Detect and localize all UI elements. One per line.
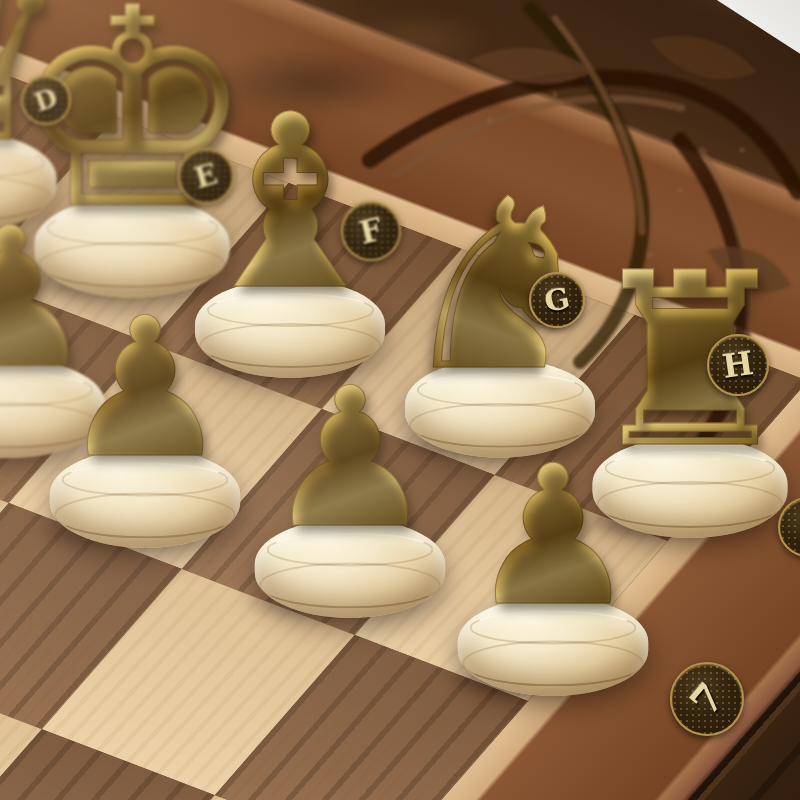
file-label-f-medallion: F bbox=[341, 201, 401, 261]
file-label-g-medallion: G bbox=[529, 272, 585, 328]
file-label-e-medallion: E bbox=[178, 148, 234, 204]
file-label-h: H bbox=[705, 332, 771, 398]
pawn-glyph: ♟ bbox=[467, 445, 640, 628]
pawn-glyph: ♟ bbox=[59, 297, 232, 480]
piece-pawn-g7[interactable]: ♟ bbox=[255, 367, 445, 618]
piece-pawn-f7[interactable]: ♟ bbox=[50, 297, 240, 548]
file-label-g: G bbox=[526, 269, 588, 331]
pawn-glyph: ♟ bbox=[264, 367, 437, 550]
file-label-d-medallion: D bbox=[21, 75, 71, 125]
rank-label-7-medallion: 7 bbox=[670, 662, 744, 736]
file-label-h-medallion: H bbox=[707, 334, 769, 396]
piece-pawn-h7[interactable]: ♟ bbox=[458, 445, 648, 696]
chess-board-photo: D E F G H 7 ♛♚♝♞♜♟♟♟♟ bbox=[0, 0, 800, 800]
